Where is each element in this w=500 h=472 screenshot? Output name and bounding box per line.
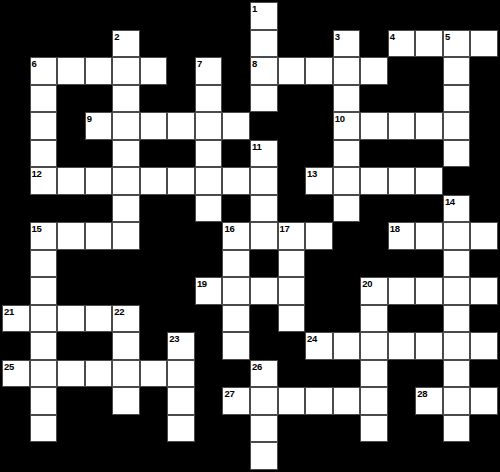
block-r3c17	[470, 85, 498, 113]
block-r5c17	[470, 140, 498, 168]
cell-r13c4[interactable]	[112, 360, 140, 388]
clue-number-25: 25	[4, 361, 14, 372]
block-r12c7	[195, 332, 223, 360]
block-r16c1	[30, 442, 58, 470]
cell-r11c4[interactable]: 22	[112, 305, 140, 333]
block-r1c1	[30, 30, 58, 58]
block-r9c15	[415, 250, 443, 278]
cell-r4c8[interactable]	[222, 112, 250, 140]
block-r13c10	[278, 360, 306, 388]
block-r0c0	[2, 2, 30, 30]
block-r2c6	[167, 57, 195, 85]
block-r10c11	[305, 277, 333, 305]
block-r0c11	[305, 2, 333, 30]
block-r16c7	[195, 442, 223, 470]
block-r15c5	[140, 415, 168, 443]
block-r0c5	[140, 2, 168, 30]
clue-number-23: 23	[169, 333, 179, 344]
cell-r1c16[interactable]: 5	[443, 30, 471, 58]
clue-number-12: 12	[32, 168, 42, 179]
cell-r8c10[interactable]: 17	[278, 222, 306, 250]
block-r8c12	[333, 222, 361, 250]
cell-r6c1[interactable]: 12	[30, 167, 58, 195]
block-r14c5	[140, 387, 168, 415]
block-r0c1	[30, 2, 58, 30]
cell-r0c9[interactable]: 1	[250, 2, 278, 30]
cell-r5c9[interactable]: 11	[250, 140, 278, 168]
cell-r10c10[interactable]	[278, 277, 306, 305]
block-r9c3	[85, 250, 113, 278]
clue-number-22: 22	[114, 306, 124, 317]
block-r8c7	[195, 222, 223, 250]
block-r15c12	[333, 415, 361, 443]
cell-r13c13[interactable]	[360, 360, 388, 388]
cell-r8c17[interactable]	[470, 222, 498, 250]
block-r10c3	[85, 277, 113, 305]
cell-r5c12[interactable]	[333, 140, 361, 168]
cell-r2c7[interactable]: 7	[195, 57, 223, 85]
cell-r4c3[interactable]: 9	[85, 112, 113, 140]
cell-r14c13[interactable]	[360, 387, 388, 415]
block-r13c8	[222, 360, 250, 388]
cell-r4c15[interactable]	[415, 112, 443, 140]
cell-r12c1[interactable]	[30, 332, 58, 360]
block-r15c8	[222, 415, 250, 443]
block-r1c7	[195, 30, 223, 58]
cell-r10c14[interactable]	[388, 277, 416, 305]
clue-number-28: 28	[417, 388, 427, 399]
block-r5c8	[222, 140, 250, 168]
block-r13c14	[388, 360, 416, 388]
cell-r13c2[interactable]	[57, 360, 85, 388]
cell-r1c9[interactable]	[250, 30, 278, 58]
cell-r2c4[interactable]	[112, 57, 140, 85]
cell-r6c13[interactable]	[360, 167, 388, 195]
block-r11c12	[333, 305, 361, 333]
cell-r11c13[interactable]	[360, 305, 388, 333]
block-r16c10	[278, 442, 306, 470]
block-r7c10	[278, 195, 306, 223]
cell-r12c16[interactable]	[443, 332, 471, 360]
cell-r8c14[interactable]: 18	[388, 222, 416, 250]
block-r5c6	[167, 140, 195, 168]
block-r6c0	[2, 167, 30, 195]
block-r9c12	[333, 250, 361, 278]
cell-r12c13[interactable]	[360, 332, 388, 360]
block-r15c17	[470, 415, 498, 443]
block-r16c14	[388, 442, 416, 470]
block-r15c15	[415, 415, 443, 443]
clue-number-20: 20	[362, 278, 372, 289]
block-r2c0	[2, 57, 30, 85]
cell-r6c11[interactable]: 13	[305, 167, 333, 195]
block-r5c11	[305, 140, 333, 168]
cell-r13c9[interactable]: 26	[250, 360, 278, 388]
block-r0c2	[57, 2, 85, 30]
clue-number-21: 21	[4, 306, 14, 317]
cell-r8c3[interactable]	[85, 222, 113, 250]
block-r0c3	[85, 2, 113, 30]
cell-r13c1[interactable]	[30, 360, 58, 388]
block-r16c2	[57, 442, 85, 470]
block-r2c15	[415, 57, 443, 85]
block-r0c17	[470, 2, 498, 30]
clue-number-6: 6	[32, 58, 37, 69]
cell-r1c15[interactable]	[415, 30, 443, 58]
cell-r2c3[interactable]	[85, 57, 113, 85]
clue-number-19: 19	[197, 278, 207, 289]
cell-r11c0[interactable]: 21	[2, 305, 30, 333]
cell-r7c7[interactable]	[195, 195, 223, 223]
block-r16c16	[443, 442, 471, 470]
cell-r6c8[interactable]	[222, 167, 250, 195]
block-r16c6	[167, 442, 195, 470]
block-r14c14	[388, 387, 416, 415]
cell-r15c1[interactable]	[30, 415, 58, 443]
block-r7c8	[222, 195, 250, 223]
cell-r14c12[interactable]	[333, 387, 361, 415]
block-r8c0	[2, 222, 30, 250]
block-r15c4	[112, 415, 140, 443]
cell-r4c4[interactable]	[112, 112, 140, 140]
block-r16c11	[305, 442, 333, 470]
cell-r3c7[interactable]	[195, 85, 223, 113]
cell-r15c13[interactable]	[360, 415, 388, 443]
block-r12c10	[278, 332, 306, 360]
cell-r8c8[interactable]: 16	[222, 222, 250, 250]
block-r3c2	[57, 85, 85, 113]
block-r4c10	[278, 112, 306, 140]
clue-number-5: 5	[445, 31, 450, 42]
block-r16c5	[140, 442, 168, 470]
block-r13c15	[415, 360, 443, 388]
cell-r14c8[interactable]: 27	[222, 387, 250, 415]
block-r10c0	[2, 277, 30, 305]
cell-r4c14[interactable]	[388, 112, 416, 140]
block-r14c2	[57, 387, 85, 415]
cell-r3c9[interactable]	[250, 85, 278, 113]
block-r5c13	[360, 140, 388, 168]
block-r5c14	[388, 140, 416, 168]
block-r14c0	[2, 387, 30, 415]
cell-r4c7[interactable]	[195, 112, 223, 140]
block-r1c5	[140, 30, 168, 58]
block-r12c0	[2, 332, 30, 360]
clue-number-7: 7	[197, 58, 202, 69]
block-r16c4	[112, 442, 140, 470]
block-r11c7	[195, 305, 223, 333]
block-r1c3	[85, 30, 113, 58]
cell-r14c4[interactable]	[112, 387, 140, 415]
cell-r10c7[interactable]: 19	[195, 277, 223, 305]
cell-r7c12[interactable]	[333, 195, 361, 223]
block-r10c2	[57, 277, 85, 305]
block-r14c7	[195, 387, 223, 415]
cell-r10c13[interactable]: 20	[360, 277, 388, 305]
block-r5c3	[85, 140, 113, 168]
cell-r7c4[interactable]	[112, 195, 140, 223]
block-r4c17	[470, 112, 498, 140]
cell-r10c9[interactable]	[250, 277, 278, 305]
cell-r8c11[interactable]	[305, 222, 333, 250]
block-r0c7	[195, 2, 223, 30]
cell-r8c4[interactable]	[112, 222, 140, 250]
cell-r6c12[interactable]	[333, 167, 361, 195]
cell-r6c9[interactable]	[250, 167, 278, 195]
cell-r6c2[interactable]	[57, 167, 85, 195]
cell-r2c2[interactable]	[57, 57, 85, 85]
cell-r9c10[interactable]	[278, 250, 306, 278]
block-r0c12	[333, 2, 361, 30]
cell-r16c9[interactable]	[250, 442, 278, 470]
cell-r7c9[interactable]	[250, 195, 278, 223]
cell-r11c3[interactable]	[85, 305, 113, 333]
block-r16c3	[85, 442, 113, 470]
block-r14c3	[85, 387, 113, 415]
block-r8c6	[167, 222, 195, 250]
block-r12c5	[140, 332, 168, 360]
cell-r11c1[interactable]	[30, 305, 58, 333]
block-r12c9	[250, 332, 278, 360]
clue-number-16: 16	[224, 223, 234, 234]
cell-r8c9[interactable]	[250, 222, 278, 250]
block-r15c10	[278, 415, 306, 443]
cell-r6c6[interactable]	[167, 167, 195, 195]
clue-number-24: 24	[307, 333, 317, 344]
block-r1c10	[278, 30, 306, 58]
block-r4c9	[250, 112, 278, 140]
cell-r12c4[interactable]	[112, 332, 140, 360]
cell-r14c16[interactable]	[443, 387, 471, 415]
cell-r3c12[interactable]	[333, 85, 361, 113]
block-r16c8	[222, 442, 250, 470]
cell-r5c7[interactable]	[195, 140, 223, 168]
block-r7c3	[85, 195, 113, 223]
block-r7c5	[140, 195, 168, 223]
clue-number-4: 4	[390, 31, 395, 42]
cell-r8c16[interactable]	[443, 222, 471, 250]
block-r3c0	[2, 85, 30, 113]
clue-number-17: 17	[280, 223, 290, 234]
cell-r8c1[interactable]: 15	[30, 222, 58, 250]
clue-number-2: 2	[114, 31, 119, 42]
cell-r14c1[interactable]	[30, 387, 58, 415]
block-r9c2	[57, 250, 85, 278]
block-r13c12	[333, 360, 361, 388]
cell-r8c2[interactable]	[57, 222, 85, 250]
cell-r1c12[interactable]: 3	[333, 30, 361, 58]
block-r2c17	[470, 57, 498, 85]
block-r3c13	[360, 85, 388, 113]
cell-r12c6[interactable]: 23	[167, 332, 195, 360]
cell-r4c5[interactable]	[140, 112, 168, 140]
cell-r9c16[interactable]	[443, 250, 471, 278]
cell-r6c14[interactable]	[388, 167, 416, 195]
cell-r11c10[interactable]	[278, 305, 306, 333]
cell-r2c1[interactable]: 6	[30, 57, 58, 85]
cell-r5c1[interactable]	[30, 140, 58, 168]
block-r9c7	[195, 250, 223, 278]
block-r1c6	[167, 30, 195, 58]
cell-r14c17[interactable]	[470, 387, 498, 415]
block-r5c15	[415, 140, 443, 168]
clue-number-9: 9	[87, 113, 92, 124]
cell-r6c5[interactable]	[140, 167, 168, 195]
cell-r2c11[interactable]	[305, 57, 333, 85]
block-r3c11	[305, 85, 333, 113]
cell-r14c11[interactable]	[305, 387, 333, 415]
cell-r13c6[interactable]	[167, 360, 195, 388]
block-r8c13	[360, 222, 388, 250]
block-r9c4	[112, 250, 140, 278]
block-r9c14	[388, 250, 416, 278]
cell-r2c13[interactable]	[360, 57, 388, 85]
block-r11c11	[305, 305, 333, 333]
block-r3c5	[140, 85, 168, 113]
block-r7c13	[360, 195, 388, 223]
block-r0c15	[415, 2, 443, 30]
cell-r4c12[interactable]: 10	[333, 112, 361, 140]
block-r5c10	[278, 140, 306, 168]
cell-r11c16[interactable]	[443, 305, 471, 333]
cell-r1c14[interactable]: 4	[388, 30, 416, 58]
cell-r3c1[interactable]	[30, 85, 58, 113]
block-r4c0	[2, 112, 30, 140]
block-r7c2	[57, 195, 85, 223]
block-r4c2	[57, 112, 85, 140]
cell-r10c15[interactable]	[415, 277, 443, 305]
cell-r2c10[interactable]	[278, 57, 306, 85]
block-r1c8	[222, 30, 250, 58]
block-r9c9	[250, 250, 278, 278]
cell-r3c4[interactable]	[112, 85, 140, 113]
block-r4c11	[305, 112, 333, 140]
block-r10c4	[112, 277, 140, 305]
cell-r12c17[interactable]	[470, 332, 498, 360]
block-r1c0	[2, 30, 30, 58]
cell-r4c13[interactable]	[360, 112, 388, 140]
cell-r13c16[interactable]	[443, 360, 471, 388]
cell-r12c15[interactable]	[415, 332, 443, 360]
cell-r6c3[interactable]	[85, 167, 113, 195]
cell-r13c5[interactable]	[140, 360, 168, 388]
block-r7c11	[305, 195, 333, 223]
cell-r14c15[interactable]: 28	[415, 387, 443, 415]
block-r3c8	[222, 85, 250, 113]
cell-r11c2[interactable]	[57, 305, 85, 333]
cell-r13c0[interactable]: 25	[2, 360, 30, 388]
cell-r12c8[interactable]	[222, 332, 250, 360]
cell-r8c15[interactable]	[415, 222, 443, 250]
clue-number-14: 14	[445, 196, 455, 207]
block-r13c7	[195, 360, 223, 388]
block-r10c12	[333, 277, 361, 305]
block-r0c4	[112, 2, 140, 30]
block-r15c0	[2, 415, 30, 443]
cell-r10c16[interactable]	[443, 277, 471, 305]
block-r0c14	[388, 2, 416, 30]
cell-r2c5[interactable]	[140, 57, 168, 85]
block-r16c13	[360, 442, 388, 470]
cell-r10c8[interactable]	[222, 277, 250, 305]
cell-r2c12[interactable]	[333, 57, 361, 85]
block-r0c13	[360, 2, 388, 30]
block-r15c2	[57, 415, 85, 443]
cell-r11c8[interactable]	[222, 305, 250, 333]
block-r3c3	[85, 85, 113, 113]
cell-r7c16[interactable]: 14	[443, 195, 471, 223]
cell-r12c14[interactable]	[388, 332, 416, 360]
block-r10c6	[167, 277, 195, 305]
clue-number-27: 27	[224, 388, 234, 399]
cell-r14c10[interactable]	[278, 387, 306, 415]
block-r7c15	[415, 195, 443, 223]
cell-r4c6[interactable]	[167, 112, 195, 140]
cell-r2c9[interactable]: 8	[250, 57, 278, 85]
cell-r5c4[interactable]	[112, 140, 140, 168]
cell-r5c16[interactable]	[443, 140, 471, 168]
block-r11c17	[470, 305, 498, 333]
block-r16c12	[333, 442, 361, 470]
block-r11c15	[415, 305, 443, 333]
block-r1c11	[305, 30, 333, 58]
cell-r12c11[interactable]: 24	[305, 332, 333, 360]
block-r0c10	[278, 2, 306, 30]
block-r9c6	[167, 250, 195, 278]
cell-r4c1[interactable]	[30, 112, 58, 140]
cell-r15c6[interactable]	[167, 415, 195, 443]
cell-r10c17[interactable]	[470, 277, 498, 305]
clue-number-1: 1	[252, 3, 257, 14]
block-r7c6	[167, 195, 195, 223]
block-r15c7	[195, 415, 223, 443]
block-r3c10	[278, 85, 306, 113]
block-r11c9	[250, 305, 278, 333]
block-r5c2	[57, 140, 85, 168]
block-r0c6	[167, 2, 195, 30]
cell-r14c9[interactable]	[250, 387, 278, 415]
cell-r1c4[interactable]: 2	[112, 30, 140, 58]
cell-r6c4[interactable]	[112, 167, 140, 195]
cell-r10c1[interactable]	[30, 277, 58, 305]
cell-r12c12[interactable]	[333, 332, 361, 360]
cell-r9c1[interactable]	[30, 250, 58, 278]
block-r12c2	[57, 332, 85, 360]
block-r9c11	[305, 250, 333, 278]
block-r7c1	[30, 195, 58, 223]
cell-r2c16[interactable]	[443, 57, 471, 85]
block-r3c14	[388, 85, 416, 113]
cell-r1c17[interactable]	[470, 30, 498, 58]
block-r3c15	[415, 85, 443, 113]
cell-r14c6[interactable]	[167, 387, 195, 415]
cell-r15c9[interactable]	[250, 415, 278, 443]
cell-r6c7[interactable]	[195, 167, 223, 195]
cell-r4c16[interactable]	[443, 112, 471, 140]
block-r16c15	[415, 442, 443, 470]
cell-r15c16[interactable]	[443, 415, 471, 443]
cell-r9c8[interactable]	[222, 250, 250, 278]
block-r6c10	[278, 167, 306, 195]
block-r9c13	[360, 250, 388, 278]
block-r15c14	[388, 415, 416, 443]
cell-r6c15[interactable]	[415, 167, 443, 195]
cell-r13c3[interactable]	[85, 360, 113, 388]
block-r12c3	[85, 332, 113, 360]
block-r1c13	[360, 30, 388, 58]
block-r11c6	[167, 305, 195, 333]
cell-r3c16[interactable]	[443, 85, 471, 113]
